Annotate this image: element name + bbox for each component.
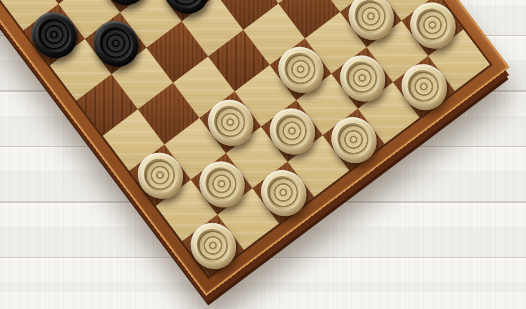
board-grid [0, 0, 490, 276]
table-background [0, 0, 526, 309]
checkers-board [0, 0, 509, 296]
